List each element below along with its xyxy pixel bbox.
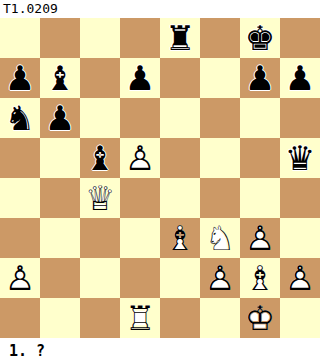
square-a6[interactable]: ♞: [0, 98, 40, 138]
white-queen-icon: ♛: [80, 178, 120, 218]
square-f3[interactable]: ♞♘: [200, 218, 240, 258]
square-a2[interactable]: ♟♙: [0, 258, 40, 298]
square-g3[interactable]: ♟♙: [240, 218, 280, 258]
square-a4[interactable]: [0, 178, 40, 218]
square-b7[interactable]: ♝: [40, 58, 80, 98]
black-pawn-icon: ♟: [280, 58, 320, 98]
white-bishop-icon: ♝: [160, 218, 200, 258]
square-c4[interactable]: ♛♕: [80, 178, 120, 218]
white-pawn-outline-icon: ♙: [280, 258, 320, 298]
white-pawn-icon: ♟: [280, 258, 320, 298]
square-f4[interactable]: [200, 178, 240, 218]
black-pawn-icon: ♟: [40, 98, 80, 138]
square-h7[interactable]: ♟: [280, 58, 320, 98]
square-a1[interactable]: [0, 298, 40, 338]
white-bishop-outline-icon: ♗: [160, 218, 200, 258]
white-queen-outline-icon: ♕: [80, 178, 120, 218]
square-h8[interactable]: [280, 18, 320, 58]
black-bishop-icon: ♝: [40, 58, 80, 98]
square-g5[interactable]: [240, 138, 280, 178]
square-e8[interactable]: ♜: [160, 18, 200, 58]
square-d1[interactable]: ♜♖: [120, 298, 160, 338]
square-b5[interactable]: [40, 138, 80, 178]
white-king-outline-icon: ♔: [240, 298, 280, 338]
square-a3[interactable]: [0, 218, 40, 258]
square-g8[interactable]: ♚: [240, 18, 280, 58]
square-c1[interactable]: [80, 298, 120, 338]
square-b2[interactable]: [40, 258, 80, 298]
square-a8[interactable]: [0, 18, 40, 58]
white-pawn-outline-icon: ♙: [0, 258, 40, 298]
square-c5[interactable]: ♝: [80, 138, 120, 178]
square-b4[interactable]: [40, 178, 80, 218]
square-g6[interactable]: [240, 98, 280, 138]
square-h1[interactable]: [280, 298, 320, 338]
square-b3[interactable]: [40, 218, 80, 258]
square-e4[interactable]: [160, 178, 200, 218]
white-knight-icon: ♞: [200, 218, 240, 258]
square-h4[interactable]: [280, 178, 320, 218]
square-f5[interactable]: [200, 138, 240, 178]
white-bishop-icon: ♝: [240, 258, 280, 298]
black-king-icon: ♚: [240, 18, 280, 58]
black-pawn-icon: ♟: [120, 58, 160, 98]
black-queen-icon: ♛: [280, 138, 320, 178]
square-f6[interactable]: [200, 98, 240, 138]
square-d3[interactable]: [120, 218, 160, 258]
white-pawn-outline-icon: ♙: [200, 258, 240, 298]
white-pawn-outline-icon: ♙: [240, 218, 280, 258]
square-h5[interactable]: ♛: [280, 138, 320, 178]
square-h6[interactable]: [280, 98, 320, 138]
black-bishop-icon: ♝: [80, 138, 120, 178]
square-g2[interactable]: ♝♗: [240, 258, 280, 298]
black-knight-icon: ♞: [0, 98, 40, 138]
square-e3[interactable]: ♝♗: [160, 218, 200, 258]
white-rook-outline-icon: ♖: [120, 298, 160, 338]
square-h3[interactable]: [280, 218, 320, 258]
square-f7[interactable]: [200, 58, 240, 98]
square-e2[interactable]: [160, 258, 200, 298]
square-f2[interactable]: ♟♙: [200, 258, 240, 298]
move-prompt: 1. ?: [0, 342, 320, 360]
black-rook-icon: ♜: [160, 18, 200, 58]
square-a5[interactable]: [0, 138, 40, 178]
square-b1[interactable]: [40, 298, 80, 338]
square-g4[interactable]: [240, 178, 280, 218]
square-d5[interactable]: ♟♙: [120, 138, 160, 178]
square-h2[interactable]: ♟♙: [280, 258, 320, 298]
square-c2[interactable]: [80, 258, 120, 298]
square-e5[interactable]: [160, 138, 200, 178]
square-g1[interactable]: ♚♔: [240, 298, 280, 338]
white-pawn-icon: ♟: [200, 258, 240, 298]
square-f1[interactable]: [200, 298, 240, 338]
square-d7[interactable]: ♟: [120, 58, 160, 98]
square-b6[interactable]: ♟: [40, 98, 80, 138]
square-b8[interactable]: [40, 18, 80, 58]
square-c8[interactable]: [80, 18, 120, 58]
black-pawn-icon: ♟: [0, 58, 40, 98]
square-e7[interactable]: [160, 58, 200, 98]
square-c6[interactable]: [80, 98, 120, 138]
square-c7[interactable]: [80, 58, 120, 98]
chess-board: ♜♚♟♝♟♟♟♞♟♝♟♙♛♛♕♝♗♞♘♟♙♟♙♟♙♝♗♟♙♜♖♚♔: [0, 18, 320, 338]
square-d2[interactable]: [120, 258, 160, 298]
square-a7[interactable]: ♟: [0, 58, 40, 98]
puzzle-id: T1.0209: [0, 0, 320, 18]
white-pawn-icon: ♟: [240, 218, 280, 258]
white-pawn-icon: ♟: [0, 258, 40, 298]
square-d6[interactable]: [120, 98, 160, 138]
square-c3[interactable]: [80, 218, 120, 258]
square-g7[interactable]: ♟: [240, 58, 280, 98]
white-knight-outline-icon: ♘: [200, 218, 240, 258]
black-pawn-icon: ♟: [240, 58, 280, 98]
square-e1[interactable]: [160, 298, 200, 338]
square-e6[interactable]: [160, 98, 200, 138]
square-d8[interactable]: [120, 18, 160, 58]
white-pawn-outline-icon: ♙: [120, 138, 160, 178]
square-d4[interactable]: [120, 178, 160, 218]
square-f8[interactable]: [200, 18, 240, 58]
white-rook-icon: ♜: [120, 298, 160, 338]
white-bishop-outline-icon: ♗: [240, 258, 280, 298]
white-king-icon: ♚: [240, 298, 280, 338]
white-pawn-icon: ♟: [120, 138, 160, 178]
